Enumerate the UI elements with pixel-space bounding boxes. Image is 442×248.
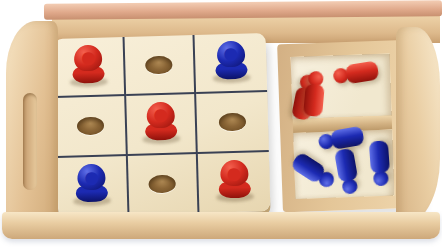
- blue-peg-standing[interactable]: ●: [74, 164, 109, 205]
- peg-hole[interactable]: [146, 55, 173, 74]
- tray-scene: ●●●●●: [0, 0, 442, 248]
- board-cell-r1c2[interactable]: [196, 92, 268, 153]
- tic-tac-toe-board: ●●●●●: [54, 33, 271, 217]
- tray-bottom-rail: [2, 212, 440, 239]
- board-cell-r1c0[interactable]: [55, 96, 127, 157]
- tray-right-wall: [396, 27, 440, 226]
- board-cell-r0c2[interactable]: ●: [195, 33, 267, 94]
- blue-peg-standing[interactable]: ●: [213, 40, 248, 81]
- peg-head: ●: [220, 160, 249, 187]
- peg-glyph: ●: [81, 49, 96, 66]
- peg-glyph: ●: [153, 106, 168, 123]
- peg-glyph: ●: [84, 169, 99, 186]
- peg-glyph: ●: [223, 45, 238, 62]
- peg-head: ●: [74, 44, 103, 71]
- tray-left-handle-slot[interactable]: [23, 93, 37, 190]
- red-peg-standing[interactable]: ●: [143, 102, 178, 143]
- red-peg-standing[interactable]: ●: [71, 44, 106, 85]
- board-cell-r2c1[interactable]: [127, 154, 199, 215]
- peg-head: ●: [146, 102, 175, 129]
- peg-hole[interactable]: [77, 117, 104, 136]
- tray-left-wall: [6, 21, 58, 236]
- board-cell-r2c0[interactable]: ●: [57, 156, 129, 217]
- peg-hole[interactable]: [219, 113, 246, 132]
- board-cell-r0c1[interactable]: [124, 35, 196, 96]
- red-peg-standing[interactable]: ●: [217, 160, 252, 201]
- red-peg-lying[interactable]: [303, 70, 326, 118]
- blue-peg-lying[interactable]: [369, 138, 391, 186]
- board-grid: ●●●●●: [54, 33, 271, 217]
- peg-glyph: ●: [226, 165, 241, 182]
- board-cell-r0c0[interactable]: ●: [54, 37, 126, 98]
- peg-hole[interactable]: [149, 175, 176, 194]
- board-cell-r1c1[interactable]: ●: [126, 94, 198, 155]
- board-cell-r2c2[interactable]: ●: [198, 152, 270, 213]
- peg-body: [369, 140, 390, 173]
- peg-head: ●: [216, 40, 245, 67]
- peg-body: [303, 83, 325, 117]
